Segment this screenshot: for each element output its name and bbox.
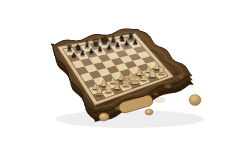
piece-black-pawn[interactable]: ♟ — [80, 50, 86, 57]
floor-shadow — [56, 110, 204, 128]
case-foot-middle — [145, 109, 153, 115]
product-photo: ♜♞♝♟♚♛♟♝♟♞♟♜♟♟♟♟♟♟♜♟♞♟♝♟♚♟♟♛♟♝♞♜ — [0, 0, 240, 150]
piece-black-pawn[interactable]: ♟ — [88, 48, 94, 55]
piece-white-knight[interactable]: ♞ — [103, 84, 113, 95]
piece-white-rook[interactable]: ♜ — [157, 66, 166, 76]
piece-black-pawn[interactable]: ♟ — [115, 42, 121, 49]
piece-black-pawn[interactable]: ♟ — [123, 40, 129, 47]
piece-black-pawn[interactable]: ♟ — [97, 46, 103, 53]
rim-carving-detail — [153, 92, 158, 95]
piece-white-bishop[interactable]: ♝ — [112, 80, 122, 91]
rim-carving-detail — [165, 84, 172, 88]
piece-black-pawn[interactable]: ♟ — [132, 39, 138, 46]
rim-carving-detail — [178, 75, 183, 79]
piece-black-pawn[interactable]: ♟ — [71, 52, 77, 59]
piece-white-knight[interactable]: ♞ — [148, 69, 158, 80]
piece-black-pawn[interactable]: ♟ — [106, 44, 112, 51]
piece-white-rook[interactable]: ♜ — [95, 87, 104, 97]
front-carving-detail — [154, 97, 166, 103]
case-foot-right — [189, 95, 201, 106]
case-foot-left — [99, 113, 109, 121]
